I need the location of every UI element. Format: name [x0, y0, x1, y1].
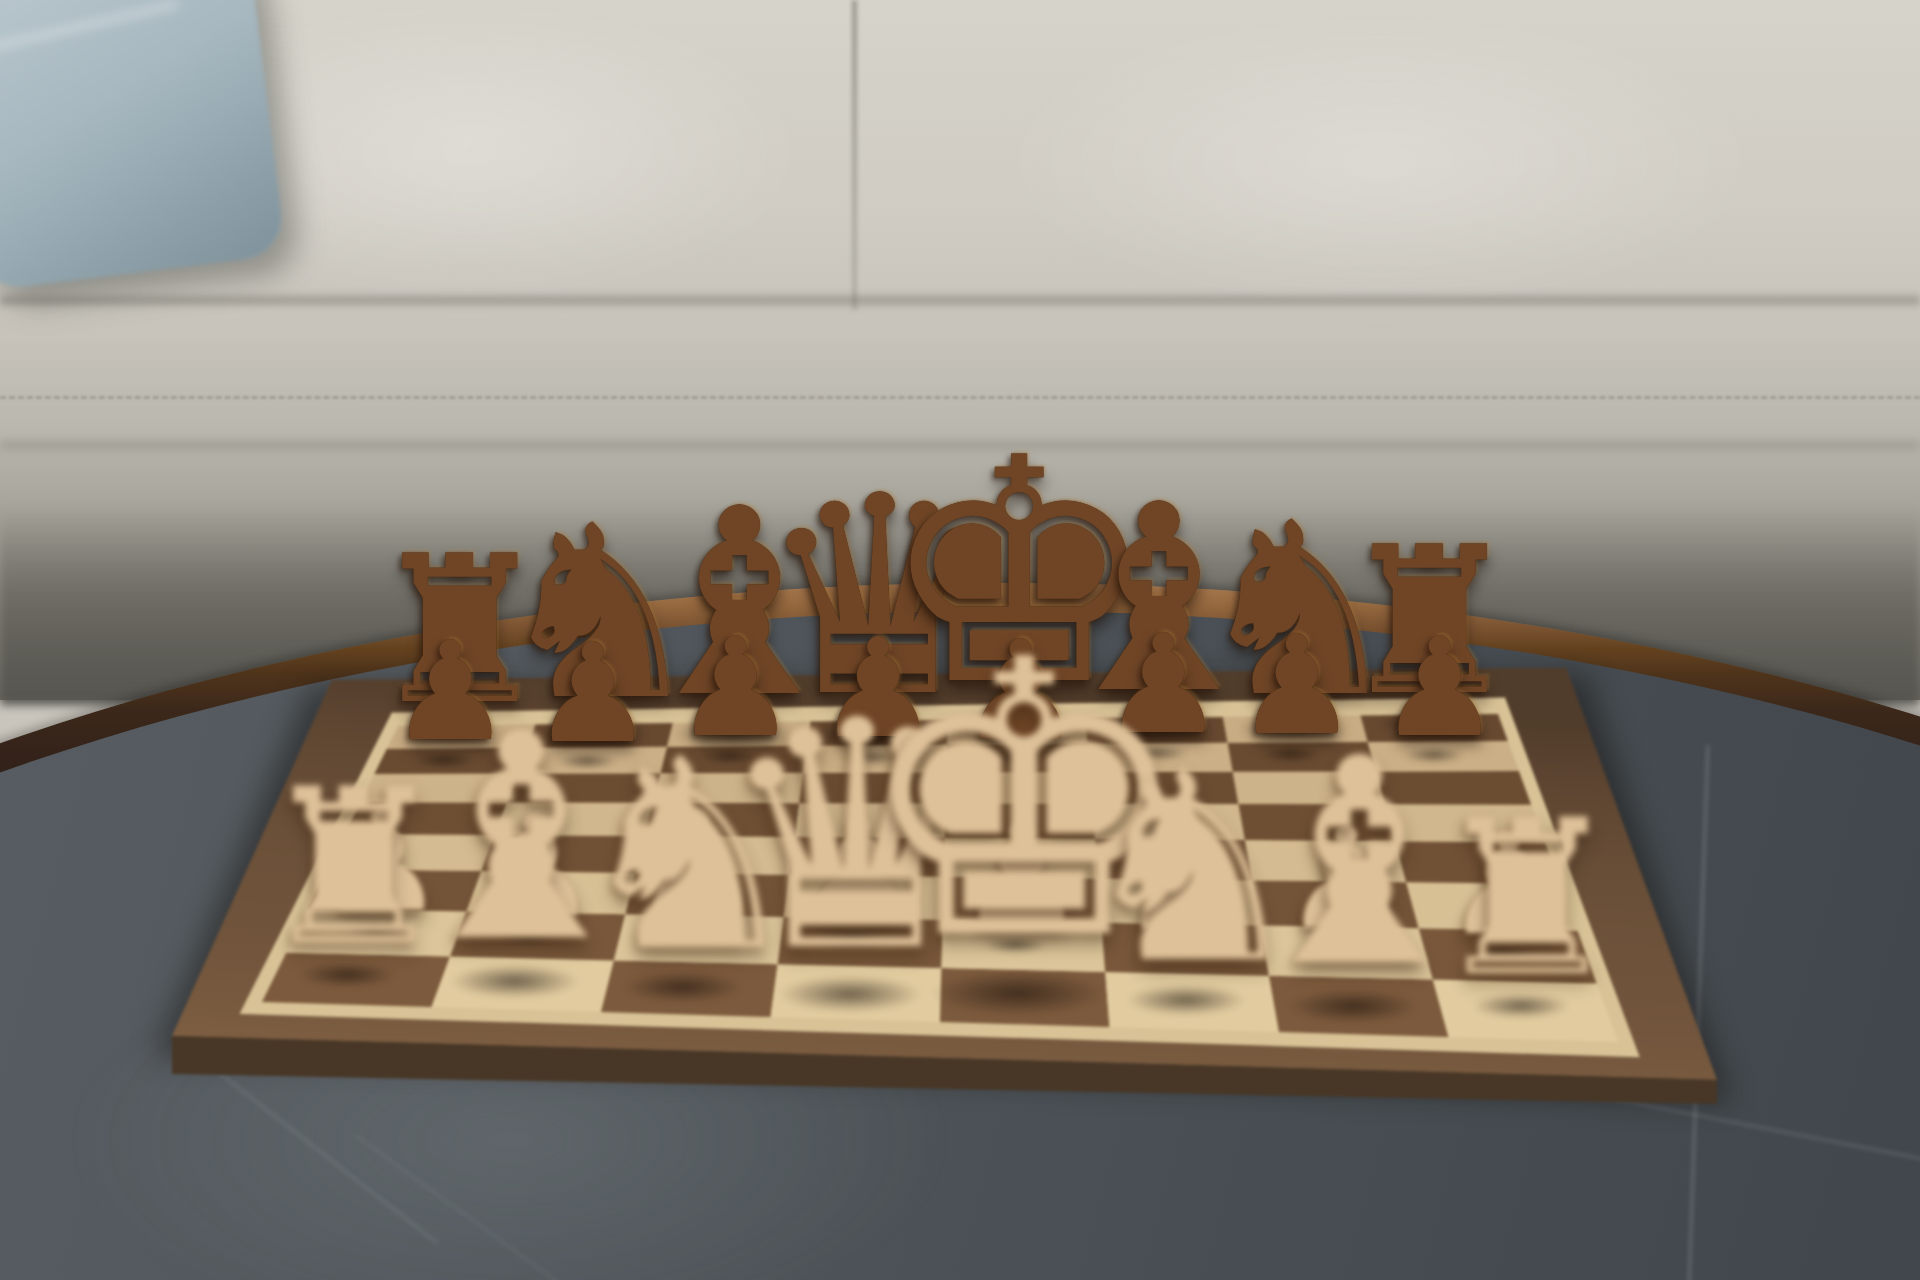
piece-white-rook-h1[interactable]: ♜ [1431, 792, 1624, 1007]
photo-scene: ♜♞♝♛♚♝♞♜♟♟♟♟♟♟♟♟♟♟♟♟♟♟♟♟♜♝♞♛♚♞♝♜ [0, 0, 1920, 1280]
